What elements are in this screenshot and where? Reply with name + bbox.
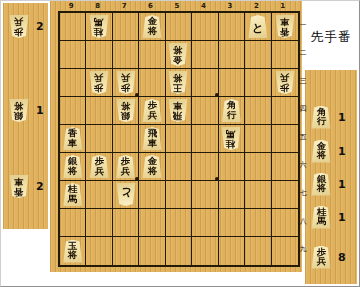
piece-pawn-sente[interactable]: 歩兵 bbox=[142, 99, 162, 122]
piece-glyph: 兵 bbox=[94, 73, 103, 83]
piece-glyph: 将 bbox=[147, 167, 156, 177]
square-3-8[interactable] bbox=[219, 209, 245, 237]
square-2-4[interactable] bbox=[245, 97, 271, 125]
piece-glyph: 飛 bbox=[174, 111, 183, 121]
piece-glyph: 兵 bbox=[121, 167, 130, 177]
square-3-2[interactable] bbox=[219, 41, 245, 69]
square-2-6[interactable] bbox=[245, 153, 271, 181]
square-4-2[interactable] bbox=[192, 41, 218, 69]
piece-tokin-gote[interactable]: と bbox=[116, 183, 136, 206]
piece-glyph: 金 bbox=[174, 55, 183, 65]
piece-pawn-sente[interactable]: 歩兵 bbox=[311, 246, 331, 269]
piece-glyph: 行 bbox=[316, 117, 325, 127]
turn-indicator: 先手番 bbox=[303, 29, 359, 47]
file-label-4: 4 bbox=[190, 1, 216, 11]
piece-glyph: 将 bbox=[316, 151, 325, 161]
square-9-8[interactable] bbox=[60, 209, 86, 237]
square-4-9[interactable] bbox=[192, 237, 218, 265]
square-5-8[interactable] bbox=[166, 209, 192, 237]
square-5-4[interactable]: 飛車 bbox=[166, 97, 192, 125]
piece-gold-gote[interactable]: 金将 bbox=[168, 43, 188, 66]
square-2-5[interactable] bbox=[245, 125, 271, 153]
square-8-6[interactable]: 歩兵 bbox=[86, 153, 112, 181]
file-labels: 987654321 bbox=[58, 1, 296, 11]
piece-pawn-gote[interactable]: 歩兵 bbox=[116, 71, 136, 94]
piece-glyph: 王 bbox=[174, 83, 183, 93]
square-9-9[interactable]: 玉将 bbox=[60, 237, 86, 265]
square-7-7[interactable]: と bbox=[113, 181, 139, 209]
square-9-5[interactable]: 香車 bbox=[60, 125, 86, 153]
square-5-6[interactable] bbox=[166, 153, 192, 181]
sente-captured-panel: 角行1金将1銀将1桂馬1歩兵8 bbox=[305, 70, 357, 284]
square-1-1[interactable]: 香車 bbox=[272, 13, 298, 41]
piece-king-gote[interactable]: 王将 bbox=[168, 71, 188, 94]
square-2-1[interactable]: と bbox=[245, 13, 271, 41]
square-3-9[interactable] bbox=[219, 237, 245, 265]
piece-pawn-gote[interactable]: 歩兵 bbox=[9, 15, 29, 38]
square-4-6[interactable] bbox=[192, 153, 218, 181]
square-8-3[interactable]: 歩兵 bbox=[86, 69, 112, 97]
piece-glyph: 桂 bbox=[227, 139, 236, 149]
square-1-9[interactable] bbox=[272, 237, 298, 265]
square-8-9[interactable] bbox=[86, 237, 112, 265]
square-1-4[interactable] bbox=[272, 97, 298, 125]
piece-glyph: 車 bbox=[14, 177, 23, 187]
piece-glyph: 行 bbox=[227, 111, 236, 121]
piece-knight-gote[interactable]: 桂馬 bbox=[89, 15, 109, 38]
piece-glyph: 兵 bbox=[316, 257, 325, 267]
shogi-app-window: 歩兵2銀将1香車2 角行1金将1銀将1桂馬1歩兵8 先手番 987654321 … bbox=[0, 0, 360, 287]
square-4-4[interactable] bbox=[192, 97, 218, 125]
piece-glyph: 香 bbox=[280, 27, 289, 37]
piece-glyph: 歩 bbox=[94, 83, 103, 93]
piece-glyph: 馬 bbox=[94, 17, 103, 27]
square-6-6[interactable]: 金将 bbox=[139, 153, 165, 181]
square-5-5[interactable] bbox=[166, 125, 192, 153]
piece-glyph: 馬 bbox=[227, 129, 236, 139]
square-2-7[interactable] bbox=[245, 181, 271, 209]
piece-lance-gote[interactable]: 香車 bbox=[9, 175, 29, 198]
square-1-8[interactable] bbox=[272, 209, 298, 237]
square-5-3[interactable]: 王将 bbox=[166, 69, 192, 97]
square-1-7[interactable] bbox=[272, 181, 298, 209]
piece-glyph: 将 bbox=[121, 101, 130, 111]
sente-hand-silver-count: 1 bbox=[338, 178, 346, 191]
piece-glyph: と bbox=[252, 23, 264, 35]
square-7-9[interactable] bbox=[113, 237, 139, 265]
square-1-5[interactable] bbox=[272, 125, 298, 153]
piece-glyph: 将 bbox=[174, 73, 183, 83]
gote-captured-panel: 歩兵2銀将1香車2 bbox=[3, 3, 48, 229]
sente-hand-knight-count: 1 bbox=[338, 211, 346, 224]
piece-glyph: 兵 bbox=[14, 17, 23, 27]
piece-glyph: 銀 bbox=[121, 111, 130, 121]
gote-hand-pawn-count: 2 bbox=[36, 20, 44, 33]
sente-hand-pawn[interactable]: 歩兵8 bbox=[311, 244, 351, 270]
square-9-6[interactable]: 銀将 bbox=[60, 153, 86, 181]
file-label-5: 5 bbox=[164, 1, 190, 11]
piece-glyph: 将 bbox=[316, 184, 325, 194]
piece-glyph: 将 bbox=[68, 167, 77, 177]
piece-gold-sente[interactable]: 金将 bbox=[311, 140, 331, 163]
piece-lance-sente[interactable]: 香車 bbox=[63, 127, 83, 150]
square-3-3[interactable] bbox=[219, 69, 245, 97]
square-6-5[interactable]: 飛車 bbox=[139, 125, 165, 153]
square-7-6[interactable]: 歩兵 bbox=[113, 153, 139, 181]
square-4-1[interactable] bbox=[192, 13, 218, 41]
square-2-8[interactable] bbox=[245, 209, 271, 237]
piece-glyph: 兵 bbox=[94, 167, 103, 177]
piece-king-sente[interactable]: 玉将 bbox=[63, 240, 83, 263]
piece-glyph: と bbox=[120, 186, 132, 198]
square-9-1[interactable] bbox=[60, 13, 86, 41]
piece-silver-sente[interactable]: 銀将 bbox=[63, 155, 83, 178]
square-9-7[interactable]: 桂馬 bbox=[60, 181, 86, 209]
file-label-1: 1 bbox=[270, 1, 296, 11]
piece-glyph: 将 bbox=[147, 27, 156, 37]
square-1-6[interactable] bbox=[272, 153, 298, 181]
piece-glyph: 車 bbox=[280, 17, 289, 27]
piece-gold-sente[interactable]: 金将 bbox=[142, 155, 162, 178]
square-2-3[interactable] bbox=[245, 69, 271, 97]
piece-silver-gote[interactable]: 銀将 bbox=[9, 99, 29, 122]
square-8-5[interactable] bbox=[86, 125, 112, 153]
piece-knight-sente[interactable]: 桂馬 bbox=[63, 183, 83, 206]
square-9-4[interactable] bbox=[60, 97, 86, 125]
file-label-3: 3 bbox=[217, 1, 243, 11]
piece-lance-gote[interactable]: 香車 bbox=[275, 15, 295, 38]
square-7-2[interactable] bbox=[113, 41, 139, 69]
gote-hand-lance-count: 2 bbox=[36, 180, 44, 193]
square-8-8[interactable] bbox=[86, 209, 112, 237]
square-8-4[interactable] bbox=[86, 97, 112, 125]
square-2-2[interactable] bbox=[245, 41, 271, 69]
piece-rook-sente[interactable]: 飛車 bbox=[142, 127, 162, 150]
piece-gold-sente[interactable]: 金将 bbox=[142, 15, 162, 38]
square-4-3[interactable] bbox=[192, 69, 218, 97]
piece-glyph: 歩 bbox=[280, 83, 289, 93]
square-4-8[interactable] bbox=[192, 209, 218, 237]
square-4-5[interactable] bbox=[192, 125, 218, 153]
piece-glyph: 車 bbox=[147, 139, 156, 149]
sente-hand-bishop[interactable]: 角行1 bbox=[311, 104, 351, 130]
piece-silver-gote[interactable]: 銀将 bbox=[116, 99, 136, 122]
file-label-7: 7 bbox=[111, 1, 137, 11]
sente-hand-gold[interactable]: 金将1 bbox=[311, 138, 351, 164]
square-6-3[interactable] bbox=[139, 69, 165, 97]
piece-glyph: 車 bbox=[174, 101, 183, 111]
square-9-3[interactable] bbox=[60, 69, 86, 97]
piece-glyph: 桂 bbox=[94, 27, 103, 37]
piece-rook-gote[interactable]: 飛車 bbox=[168, 99, 188, 122]
sente-hand-pawn-count: 8 bbox=[338, 251, 346, 264]
sente-hand-bishop-count: 1 bbox=[338, 111, 346, 124]
square-5-2[interactable]: 金将 bbox=[166, 41, 192, 69]
gote-hand-lance[interactable]: 香車2 bbox=[9, 173, 49, 199]
gote-hand-pawn[interactable]: 歩兵2 bbox=[9, 13, 49, 39]
square-4-7[interactable] bbox=[192, 181, 218, 209]
piece-glyph: 馬 bbox=[68, 195, 77, 205]
piece-glyph: 歩 bbox=[121, 83, 130, 93]
gote-hand-silver[interactable]: 銀将1 bbox=[9, 97, 49, 123]
square-3-6[interactable] bbox=[219, 153, 245, 181]
square-8-7[interactable] bbox=[86, 181, 112, 209]
piece-pawn-gote[interactable]: 歩兵 bbox=[89, 71, 109, 94]
square-3-1[interactable] bbox=[219, 13, 245, 41]
piece-pawn-gote[interactable]: 歩兵 bbox=[275, 71, 295, 94]
square-2-9[interactable] bbox=[245, 237, 271, 265]
piece-bishop-sente[interactable]: 角行 bbox=[221, 99, 241, 122]
square-6-4[interactable]: 歩兵 bbox=[139, 97, 165, 125]
square-5-7[interactable] bbox=[166, 181, 192, 209]
square-3-5[interactable]: 桂馬 bbox=[219, 125, 245, 153]
square-7-8[interactable] bbox=[113, 209, 139, 237]
square-7-3[interactable]: 歩兵 bbox=[113, 69, 139, 97]
file-label-8: 8 bbox=[84, 1, 110, 11]
square-7-1[interactable] bbox=[113, 13, 139, 41]
square-1-3[interactable]: 歩兵 bbox=[272, 69, 298, 97]
square-3-7[interactable] bbox=[219, 181, 245, 209]
piece-bishop-sente[interactable]: 角行 bbox=[311, 106, 331, 129]
file-label-6: 6 bbox=[137, 1, 163, 11]
piece-glyph: 馬 bbox=[316, 217, 325, 227]
sente-hand-knight[interactable]: 桂馬1 bbox=[311, 204, 351, 230]
piece-glyph: 兵 bbox=[121, 73, 130, 83]
square-7-5[interactable] bbox=[113, 125, 139, 153]
square-8-1[interactable]: 桂馬 bbox=[86, 13, 112, 41]
piece-glyph: 兵 bbox=[280, 73, 289, 83]
piece-knight-gote[interactable]: 桂馬 bbox=[221, 127, 241, 150]
piece-knight-sente[interactable]: 桂馬 bbox=[311, 206, 331, 229]
shogi-board: 桂馬金将と香車金将歩兵歩兵王将歩兵銀将歩兵飛車角行香車飛車桂馬銀将歩兵歩兵金将桂… bbox=[58, 11, 300, 267]
square-1-2[interactable] bbox=[272, 41, 298, 69]
sente-hand-gold-count: 1 bbox=[338, 145, 346, 158]
square-6-2[interactable] bbox=[139, 41, 165, 69]
piece-tokin-sente[interactable]: と bbox=[248, 15, 268, 38]
file-label-2: 2 bbox=[243, 1, 269, 11]
piece-glyph: 将 bbox=[14, 101, 23, 111]
file-label-9: 9 bbox=[58, 1, 84, 11]
square-6-9[interactable] bbox=[139, 237, 165, 265]
piece-pawn-sente[interactable]: 歩兵 bbox=[89, 155, 109, 178]
piece-glyph: 車 bbox=[68, 139, 77, 149]
piece-pawn-sente[interactable]: 歩兵 bbox=[116, 155, 136, 178]
square-9-2[interactable] bbox=[60, 41, 86, 69]
piece-glyph: 将 bbox=[174, 45, 183, 55]
piece-glyph: 将 bbox=[68, 251, 77, 261]
square-5-1[interactable] bbox=[166, 13, 192, 41]
piece-silver-sente[interactable]: 銀将 bbox=[311, 173, 331, 196]
sente-hand-silver[interactable]: 銀将1 bbox=[311, 171, 351, 197]
gote-hand-silver-count: 1 bbox=[36, 104, 44, 117]
square-6-7[interactable] bbox=[139, 181, 165, 209]
square-5-9[interactable] bbox=[166, 237, 192, 265]
square-3-4[interactable]: 角行 bbox=[219, 97, 245, 125]
square-8-2[interactable] bbox=[86, 41, 112, 69]
square-6-1[interactable]: 金将 bbox=[139, 13, 165, 41]
square-6-8[interactable] bbox=[139, 209, 165, 237]
square-7-4[interactable]: 銀将 bbox=[113, 97, 139, 125]
piece-glyph: 兵 bbox=[147, 111, 156, 121]
